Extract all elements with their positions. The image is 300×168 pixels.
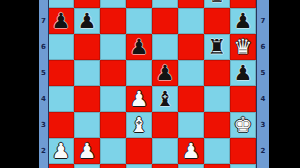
- square-g1[interactable]: [204, 164, 230, 168]
- square-d6[interactable]: ♟: [126, 34, 152, 60]
- square-g6[interactable]: ♜: [204, 34, 230, 60]
- square-f4[interactable]: [178, 86, 204, 112]
- square-g7[interactable]: [204, 8, 230, 34]
- board-squares: ♚♟♟♟♟♜♛♟♟♟♝♝♚♟♟♟♜: [48, 0, 256, 168]
- square-d1[interactable]: [126, 164, 152, 168]
- square-e1[interactable]: [152, 164, 178, 168]
- square-b6[interactable]: [74, 34, 100, 60]
- square-a2[interactable]: ♟: [48, 138, 74, 164]
- board-rank-label-right-4: 4: [257, 94, 269, 104]
- white-king[interactable]: ♚: [230, 112, 256, 138]
- board-rank-label-right-5: 5: [257, 68, 269, 78]
- square-a7[interactable]: ♟: [48, 8, 74, 34]
- board-rank-label-left-5: 5: [39, 68, 48, 78]
- white-pawn[interactable]: ♟: [74, 138, 100, 164]
- black-rook[interactable]: ♜: [204, 34, 230, 60]
- square-c4[interactable]: [100, 86, 126, 112]
- board-rank-label-left-4: 4: [39, 94, 48, 104]
- board-rank-label-left-7: 7: [39, 16, 48, 26]
- square-b8[interactable]: [74, 0, 100, 8]
- square-c8[interactable]: [100, 0, 126, 8]
- board-rank-label-left-3: 3: [39, 120, 48, 130]
- square-h8[interactable]: [230, 0, 256, 8]
- black-king[interactable]: ♚: [204, 0, 230, 8]
- white-queen[interactable]: ♛: [230, 34, 256, 60]
- square-h3[interactable]: ♚: [230, 112, 256, 138]
- square-f2[interactable]: ♟: [178, 138, 204, 164]
- board-rank-label-right-7: 7: [257, 16, 269, 26]
- square-h5[interactable]: ♟: [230, 60, 256, 86]
- white-pawn[interactable]: ♟: [126, 86, 152, 112]
- white-pawn[interactable]: ♟: [48, 138, 74, 164]
- square-b4[interactable]: [74, 86, 100, 112]
- square-b2[interactable]: ♟: [74, 138, 100, 164]
- square-e6[interactable]: [152, 34, 178, 60]
- square-e7[interactable]: [152, 8, 178, 34]
- square-a8[interactable]: [48, 0, 74, 8]
- square-b7[interactable]: ♟: [74, 8, 100, 34]
- square-a5[interactable]: [48, 60, 74, 86]
- square-d5[interactable]: [126, 60, 152, 86]
- square-d3[interactable]: ♝: [126, 112, 152, 138]
- board-rank-label-left-6: 6: [39, 42, 48, 52]
- board-rank-label-right-2: 2: [257, 146, 269, 156]
- square-h6[interactable]: ♛: [230, 34, 256, 60]
- black-pawn[interactable]: ♟: [74, 8, 100, 34]
- board-rank-label-right-6: 6: [257, 42, 269, 52]
- square-c5[interactable]: [100, 60, 126, 86]
- square-g2[interactable]: [204, 138, 230, 164]
- square-e8[interactable]: [152, 0, 178, 8]
- square-g4[interactable]: [204, 86, 230, 112]
- square-f3[interactable]: [178, 112, 204, 138]
- square-b1[interactable]: [74, 164, 100, 168]
- square-d7[interactable]: [126, 8, 152, 34]
- board-rank-label-right-3: 3: [257, 120, 269, 130]
- square-e4[interactable]: ♝: [152, 86, 178, 112]
- black-pawn[interactable]: ♟: [48, 8, 74, 34]
- square-g3[interactable]: [204, 112, 230, 138]
- black-pawn[interactable]: ♟: [230, 8, 256, 34]
- square-h7[interactable]: ♟: [230, 8, 256, 34]
- square-h2[interactable]: [230, 138, 256, 164]
- square-e3[interactable]: [152, 112, 178, 138]
- white-bishop[interactable]: ♝: [126, 112, 152, 138]
- square-f8[interactable]: [178, 0, 204, 8]
- black-pawn[interactable]: ♟: [230, 60, 256, 86]
- square-b5[interactable]: [74, 60, 100, 86]
- black-bishop[interactable]: ♝: [152, 86, 178, 112]
- square-c1[interactable]: ♜: [100, 164, 126, 168]
- square-f5[interactable]: [178, 60, 204, 86]
- black-pawn[interactable]: ♟: [152, 60, 178, 86]
- black-rook[interactable]: ♜: [100, 164, 126, 168]
- square-b3[interactable]: [74, 112, 100, 138]
- square-d2[interactable]: [126, 138, 152, 164]
- square-h4[interactable]: [230, 86, 256, 112]
- square-e2[interactable]: [152, 138, 178, 164]
- square-d8[interactable]: [126, 0, 152, 8]
- square-c7[interactable]: [100, 8, 126, 34]
- square-a1[interactable]: [48, 164, 74, 168]
- square-f1[interactable]: [178, 164, 204, 168]
- square-g5[interactable]: [204, 60, 230, 86]
- square-d4[interactable]: ♟: [126, 86, 152, 112]
- board-rank-label-left-2: 2: [39, 146, 48, 156]
- black-pawn[interactable]: ♟: [126, 34, 152, 60]
- chess-app-canvas: 765432 765432 ♚♟♟♟♟♜♛♟♟♟♝♝♚♟♟♟♜: [0, 0, 300, 168]
- square-f7[interactable]: [178, 8, 204, 34]
- square-h1[interactable]: [230, 164, 256, 168]
- square-g8[interactable]: ♚: [204, 0, 230, 8]
- square-e5[interactable]: ♟: [152, 60, 178, 86]
- square-c6[interactable]: [100, 34, 126, 60]
- square-a3[interactable]: [48, 112, 74, 138]
- white-pawn[interactable]: ♟: [178, 138, 204, 164]
- board-border-right: 765432: [256, 0, 269, 168]
- square-a6[interactable]: [48, 34, 74, 60]
- square-c3[interactable]: [100, 112, 126, 138]
- square-f6[interactable]: [178, 34, 204, 60]
- board-border-left: 765432: [39, 0, 49, 168]
- square-a4[interactable]: [48, 86, 74, 112]
- square-c2[interactable]: [100, 138, 126, 164]
